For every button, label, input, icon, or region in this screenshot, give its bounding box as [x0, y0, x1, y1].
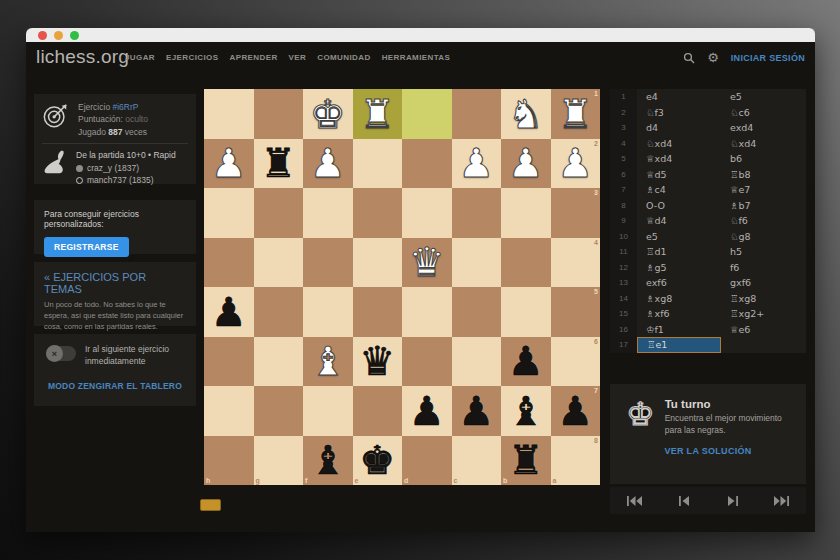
move-number: 3 — [610, 120, 637, 136]
site-header: lichess.org JUGAREJERCICIOSAPRENDERVERCO… — [26, 42, 815, 73]
white-disc-icon — [76, 177, 83, 184]
move-list: 1e4e52♘f3♘c63d4exd44♘xd4♘xd45♕xd4b66♕d5♖… — [610, 89, 806, 353]
themes-box: « EJERCICIOS POR TEMAS Un poco de todo. … — [34, 262, 196, 326]
puzzle-meta: Ejercicio #i6RrP Puntuación: oculto Juga… — [78, 101, 148, 138]
square-a6[interactable]: 6 — [551, 337, 601, 387]
move-number: 17 — [610, 337, 637, 353]
rank-label-8: 8 — [594, 437, 598, 444]
move-2-white[interactable]: ♘f3 — [637, 105, 721, 121]
square-e5[interactable] — [353, 287, 403, 337]
black-queen-e6[interactable]: ♛ — [359, 341, 395, 381]
move-row-10: 10e5♘g8 — [610, 229, 806, 245]
black-bishop-f8[interactable]: ♝ — [310, 440, 346, 480]
rank-label-4: 4 — [594, 239, 598, 246]
square-f4[interactable] — [303, 238, 353, 288]
square-e4[interactable] — [353, 238, 403, 288]
square-g4[interactable] — [254, 238, 304, 288]
move-number: 8 — [610, 198, 637, 214]
square-b7[interactable]: ♝ — [501, 386, 551, 436]
black-pawn-a7[interactable]: ♟ — [557, 391, 593, 431]
file-label-f: f — [305, 477, 307, 484]
square-g7[interactable] — [254, 386, 304, 436]
lichess-page: lichess.org JUGAREJERCICIOSAPRENDERVERCO… — [26, 42, 815, 532]
white-queen-d4[interactable]: ♛ — [409, 242, 445, 282]
move-row-9: 9♕d4♘f6 — [610, 213, 806, 229]
themes-description: Un poco de todo. No sabes lo que te espe… — [44, 300, 186, 333]
white-knight-b1[interactable]: ♞ — [508, 94, 544, 134]
square-b8[interactable]: ♜b — [501, 436, 551, 486]
rabbit-icon — [42, 149, 68, 175]
square-f6[interactable]: ♝ — [303, 337, 353, 387]
move-row-14: 14♗xg8♖xg8 — [610, 291, 806, 307]
divider — [42, 143, 188, 144]
turn-subtitle: Encuentra el mejor movimiento para las n… — [665, 413, 783, 437]
move-row-3: 3d4exd4 — [610, 120, 806, 136]
move-number: 10 — [610, 229, 637, 245]
move-number: 12 — [610, 260, 637, 276]
chess-board: ♚♜♞♜1♟♜♟♟♟♟23♛4♟5♝♛♟6♟♟♝♟7hg♝f♚edc♜ba8 — [204, 89, 600, 485]
move-3-black[interactable]: exd4 — [721, 120, 806, 136]
file-label-b: b — [503, 477, 507, 484]
move-15-white[interactable]: ♗xf6 — [637, 306, 721, 322]
square-f2[interactable]: ♟ — [303, 139, 353, 189]
board-resize-handle[interactable] — [200, 499, 221, 511]
square-b6[interactable]: ♟ — [501, 337, 551, 387]
move-14-black[interactable]: ♖xg8 — [721, 291, 806, 307]
square-d6[interactable] — [402, 337, 452, 387]
signup-text: Para conseguir ejercicios personalizados… — [44, 209, 186, 229]
signup-box: Para conseguir ejercicios personalizados… — [34, 200, 196, 254]
square-d2[interactable] — [402, 139, 452, 189]
turn-title: Tu turno — [665, 398, 783, 410]
view-solution-link[interactable]: VER LA SOLUCIÓN — [610, 446, 806, 456]
square-b5[interactable] — [501, 287, 551, 337]
minimize-window-button[interactable] — [54, 31, 63, 40]
move-row-7: 7♗c4♕e7 — [610, 182, 806, 198]
square-a1[interactable]: ♜1 — [551, 89, 601, 139]
square-a5[interactable]: 5 — [551, 287, 601, 337]
square-g5[interactable] — [254, 287, 304, 337]
puzzle-info-box: Ejercicio #i6RrP Puntuación: oculto Juga… — [34, 94, 196, 184]
square-h1[interactable] — [204, 89, 254, 139]
rank-label-1: 1 — [594, 90, 598, 97]
move-3-white[interactable]: d4 — [637, 120, 721, 136]
move-4-black[interactable]: ♘xd4 — [721, 136, 806, 152]
move-number: 14 — [610, 291, 637, 307]
square-g6[interactable] — [254, 337, 304, 387]
nav-item-ejercicios[interactable]: EJERCICIOS — [166, 53, 218, 62]
zen-mode-link[interactable]: MODO ZEN — [48, 381, 95, 391]
black-pawn-b6[interactable]: ♟ — [508, 341, 544, 381]
move-13-black[interactable]: gxf6 — [721, 275, 806, 291]
move-6-black[interactable]: ♖b8 — [721, 167, 806, 183]
white-pawn-f2[interactable]: ♟ — [310, 143, 346, 183]
nav-item-herramientas[interactable]: HERRAMIENTAS — [382, 53, 451, 62]
move-row-4: 4♘xd4♘xd4 — [610, 136, 806, 152]
square-a8[interactable]: a8 — [551, 436, 601, 486]
square-g8[interactable]: g — [254, 436, 304, 486]
file-label-h: h — [206, 477, 210, 484]
move-16-black[interactable]: ♕e6 — [721, 322, 806, 338]
square-d7[interactable]: ♟ — [402, 386, 452, 436]
black-rook-g2[interactable]: ♜ — [260, 143, 296, 183]
white-pawn-a2[interactable]: ♟ — [557, 143, 593, 183]
square-b3[interactable] — [501, 188, 551, 238]
square-c2[interactable]: ♟ — [452, 139, 502, 189]
black-pawn-d7[interactable]: ♟ — [409, 391, 445, 431]
nav-item-aprender[interactable]: APRENDER — [229, 53, 277, 62]
move-row-12: 12♗g5f6 — [610, 260, 806, 276]
played-count: 887 — [108, 127, 122, 137]
square-d1[interactable] — [402, 89, 452, 139]
file-label-g: g — [256, 477, 260, 484]
square-c4[interactable] — [452, 238, 502, 288]
move-16-white[interactable]: ♔f1 — [637, 322, 721, 338]
square-a3[interactable]: 3 — [551, 188, 601, 238]
move-row-11: 11♖d1h5 — [610, 244, 806, 260]
rank-label-2: 2 — [594, 140, 598, 147]
white-pawn-b2[interactable]: ♟ — [508, 143, 544, 183]
player-white[interactable]: manch737 (1835) — [76, 174, 176, 187]
puzzle-label: Ejercicio — [78, 102, 112, 112]
square-h4[interactable] — [204, 238, 254, 288]
move-13-white[interactable]: exf6 — [637, 275, 721, 291]
move-row-16: 16♔f1♕e6 — [610, 322, 806, 338]
move-14-white[interactable]: ♗xg8 — [637, 291, 721, 307]
move-row-2: 2♘f3♘c6 — [610, 105, 806, 121]
square-c1[interactable] — [452, 89, 502, 139]
white-rook-a1[interactable]: ♜ — [557, 94, 593, 134]
auto-next-label: Ir al siguiente ejercicio inmediatamente — [85, 344, 184, 368]
move-row-13: 13exf6gxf6 — [610, 275, 806, 291]
search-icon[interactable] — [683, 52, 695, 64]
sign-in-link[interactable]: INICIAR SESIÓN — [731, 53, 805, 63]
move-7-black[interactable]: ♕e7 — [721, 182, 806, 198]
rank-label-7: 7 — [594, 387, 598, 394]
move-12-white[interactable]: ♗g5 — [637, 260, 721, 276]
move-8-black[interactable]: ♗b7 — [721, 198, 806, 214]
black-pawn-c7[interactable]: ♟ — [458, 391, 494, 431]
move-10-black[interactable]: ♘g8 — [721, 229, 806, 245]
move-number: 2 — [610, 105, 637, 121]
square-d5[interactable] — [402, 287, 452, 337]
lichess-logo[interactable]: lichess.org — [36, 46, 129, 68]
black-rook-b8[interactable]: ♜ — [508, 440, 544, 480]
gear-icon[interactable]: ⚙ — [707, 51, 719, 64]
move-number: 15 — [610, 306, 637, 322]
square-g3[interactable] — [254, 188, 304, 238]
black-disc-icon — [76, 165, 83, 172]
square-c5[interactable] — [452, 287, 502, 337]
rating-value: oculto — [125, 114, 148, 124]
nav-item-comunidad[interactable]: COMUNIDAD — [317, 53, 370, 62]
square-b4[interactable] — [501, 238, 551, 288]
move-row-17: 17♖e1 — [610, 337, 806, 353]
square-h3[interactable] — [204, 188, 254, 238]
header-actions: ⚙ INICIAR SESIÓN — [683, 42, 811, 73]
square-h7[interactable] — [204, 386, 254, 436]
window-titlebar — [26, 28, 815, 42]
square-h8[interactable]: h — [204, 436, 254, 486]
player-black[interactable]: craz_y (1837) — [76, 162, 176, 175]
move-row-5: 5♕xd4b6 — [610, 151, 806, 167]
square-f5[interactable] — [303, 287, 353, 337]
white-rook-e1[interactable]: ♜ — [359, 94, 395, 134]
next-move-button[interactable] — [708, 487, 757, 514]
close-window-button[interactable] — [38, 31, 47, 40]
square-e6[interactable]: ♛ — [353, 337, 403, 387]
white-pawn-h2[interactable]: ♟ — [211, 143, 247, 183]
move-17-black — [721, 337, 806, 353]
move-2-black[interactable]: ♘c6 — [721, 105, 806, 121]
square-c6[interactable] — [452, 337, 502, 387]
prev-move-button[interactable] — [659, 487, 708, 514]
square-a4[interactable]: 4 — [551, 238, 601, 288]
square-h6[interactable] — [204, 337, 254, 387]
square-d4[interactable]: ♛ — [402, 238, 452, 288]
move-row-8: 8O-O♗b7 — [610, 198, 806, 214]
square-e1[interactable]: ♜ — [353, 89, 403, 139]
browser-window: lichess.org JUGAREJERCICIOSAPRENDERVERCO… — [26, 28, 815, 532]
move-12-black[interactable]: f6 — [721, 260, 806, 276]
last-move-button[interactable] — [757, 487, 806, 514]
move-number: 7 — [610, 182, 637, 198]
white-king-f1[interactable]: ♚ — [310, 94, 346, 134]
move-1-black[interactable]: e5 — [721, 89, 806, 105]
square-e2[interactable] — [353, 139, 403, 189]
nav-item-ver[interactable]: VER — [289, 53, 307, 62]
square-f1[interactable]: ♚ — [303, 89, 353, 139]
file-label-d: d — [404, 477, 408, 484]
rank-label-3: 3 — [594, 189, 598, 196]
move-row-15: 15♗xf6♖xg2+ — [610, 306, 806, 322]
nav-item-jugar[interactable]: JUGAR — [125, 53, 155, 62]
move-7-white[interactable]: ♗c4 — [637, 182, 721, 198]
move-number: 1 — [610, 89, 637, 105]
first-move-button[interactable] — [610, 487, 659, 514]
move-10-white[interactable]: e5 — [637, 229, 721, 245]
game-time-control: De la partida 10+0 • Rapid — [76, 149, 176, 162]
square-g2[interactable]: ♜ — [254, 139, 304, 189]
move-number: 9 — [610, 213, 637, 229]
square-f7[interactable] — [303, 386, 353, 436]
move-row-1: 1e4e5 — [610, 89, 806, 105]
main-nav: JUGAREJERCICIOSAPRENDERVERCOMUNIDADHERRA… — [125, 53, 450, 62]
turn-panel: ♚ Tu turno Encuentra el mejor movimiento… — [610, 384, 806, 484]
square-b1[interactable]: ♞ — [501, 89, 551, 139]
move-5-white[interactable]: ♕xd4 — [637, 151, 721, 167]
square-d3[interactable] — [402, 188, 452, 238]
move-15-black[interactable]: ♖xg2+ — [721, 306, 806, 322]
square-f8[interactable]: ♝f — [303, 436, 353, 486]
playback-controls — [610, 487, 806, 514]
black-bishop-b7[interactable]: ♝ — [508, 391, 544, 431]
move-11-white[interactable]: ♖d1 — [637, 244, 721, 260]
puzzle-id-link[interactable]: #i6RrP — [112, 102, 138, 112]
square-h2[interactable]: ♟ — [204, 139, 254, 189]
square-d8[interactable]: d — [402, 436, 452, 486]
square-e7[interactable] — [353, 386, 403, 436]
move-number: 5 — [610, 151, 637, 167]
move-number: 4 — [610, 136, 637, 152]
file-label-a: a — [553, 477, 557, 484]
move-row-6: 6♕d5♖b8 — [610, 167, 806, 183]
move-9-white[interactable]: ♕d4 — [637, 213, 721, 229]
move-17-white[interactable]: ♖e1 — [637, 337, 721, 353]
black-pawn-h5[interactable]: ♟ — [211, 292, 247, 332]
square-c8[interactable]: c — [452, 436, 502, 486]
register-button[interactable]: REGISTRARSE — [44, 237, 129, 257]
source-game-info: De la partida 10+0 • Rapid craz_y (1837)… — [76, 149, 176, 187]
target-icon — [42, 101, 70, 129]
move-4-white[interactable]: ♘xd4 — [637, 136, 721, 152]
square-g1[interactable] — [254, 89, 304, 139]
black-king-icon: ♚ — [626, 398, 655, 437]
square-e3[interactable] — [353, 188, 403, 238]
move-8-white[interactable]: O-O — [637, 198, 721, 214]
white-bishop-f6[interactable]: ♝ — [310, 341, 346, 381]
square-c7[interactable]: ♟ — [452, 386, 502, 436]
move-1-white[interactable]: e4 — [637, 89, 721, 105]
square-h5[interactable]: ♟ — [204, 287, 254, 337]
square-a7[interactable]: ♟7 — [551, 386, 601, 436]
rank-label-5: 5 — [594, 288, 598, 295]
move-11-black[interactable]: h5 — [721, 244, 806, 260]
move-number: 13 — [610, 275, 637, 291]
file-label-e: e — [355, 477, 359, 484]
rating-label: Puntuación: — [78, 114, 125, 124]
maximize-window-button[interactable] — [70, 31, 79, 40]
file-label-c: c — [454, 477, 458, 484]
white-pawn-c2[interactable]: ♟ — [458, 143, 494, 183]
black-king-e8[interactable]: ♚ — [359, 440, 395, 480]
square-e8[interactable]: ♚e — [353, 436, 403, 486]
move-number: 16 — [610, 322, 637, 338]
move-9-black[interactable]: ♘f6 — [721, 213, 806, 229]
square-a2[interactable]: ♟2 — [551, 139, 601, 189]
square-f3[interactable] — [303, 188, 353, 238]
move-5-black[interactable]: b6 — [721, 151, 806, 167]
move-number: 11 — [610, 244, 637, 260]
themes-link[interactable]: « EJERCICIOS POR TEMAS — [44, 271, 186, 295]
move-6-white[interactable]: ♕d5 — [637, 167, 721, 183]
rank-label-6: 6 — [594, 338, 598, 345]
square-b2[interactable]: ♟ — [501, 139, 551, 189]
square-c3[interactable] — [452, 188, 502, 238]
flip-board-link[interactable]: GIRAR EL TABLERO — [96, 381, 182, 391]
move-number: 6 — [610, 167, 637, 183]
auto-next-toggle[interactable]: × — [46, 346, 76, 361]
options-box: × Ir al siguiente ejercicio inmediatamen… — [34, 334, 196, 406]
toggle-knob: × — [46, 345, 63, 362]
